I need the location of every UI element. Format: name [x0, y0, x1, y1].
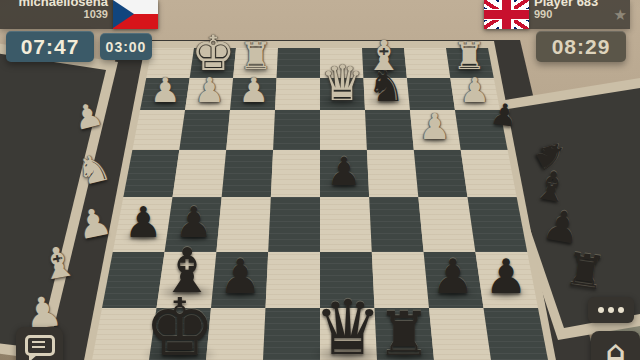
piece-white-P-f2[interactable]: ♟ — [238, 73, 268, 107]
dot-icon — [618, 307, 624, 313]
piece-white-P-b3[interactable]: ♟ — [419, 109, 451, 145]
piece-white-P-a2[interactable]: ♟ — [459, 73, 489, 107]
star-icon: ★ — [614, 6, 627, 24]
player-right-rating: 990 — [534, 8, 609, 20]
piece-black-P-a6[interactable]: ♟ — [485, 253, 528, 301]
clock-left-main: 07:47 — [6, 31, 94, 62]
dot-icon — [608, 307, 614, 313]
clock-right-main: 08:29 — [536, 31, 626, 62]
dot-icon — [598, 307, 604, 313]
piece-black-Q-d7[interactable]: ♛ — [314, 291, 382, 360]
player-panel-left: michaellosena 1039 — [0, 0, 158, 29]
piece-black-N-c2[interactable]: ♞ — [367, 66, 405, 108]
czech-flag-icon — [113, 0, 158, 29]
piece-black-K-g7[interactable]: ♚ — [144, 288, 215, 360]
game-scene: ♚♜♜♝♛♟♟♟♟♟♞♟♟♟♝♟♟♟♚♛♜ ♟♞♟♝♟♟♞♝♟♜ michael… — [0, 0, 640, 360]
piece-black-R-c7[interactable]: ♜ — [377, 304, 431, 360]
captured-white-B: ♝ — [36, 239, 80, 287]
piece-black-P-h5[interactable]: ♟ — [124, 202, 162, 245]
home-button[interactable]: ⌂ — [591, 331, 640, 360]
clock-left-secondary: 03:00 — [100, 33, 152, 60]
more-options-button[interactable] — [588, 297, 634, 323]
captured-black-P: ♟ — [489, 98, 520, 131]
chat-bubble-icon — [25, 335, 55, 356]
piece-white-P-h2[interactable]: ♟ — [150, 73, 180, 107]
piece-black-P-d4[interactable]: ♟ — [326, 152, 361, 191]
player-panel-right: Player 683 990 ★ — [484, 0, 630, 29]
home-icon: ⌂ — [606, 335, 625, 360]
piece-white-Q-d2[interactable]: ♛ — [320, 60, 364, 109]
piece-black-P-b6[interactable]: ♟ — [432, 253, 475, 301]
piece-black-P-f6[interactable]: ♟ — [219, 253, 262, 301]
captured-black-R: ♜ — [562, 246, 609, 297]
player-left-rating: 1039 — [5, 8, 108, 20]
piece-white-P-g2[interactable]: ♟ — [194, 73, 224, 107]
uk-flag-icon — [484, 0, 529, 29]
chat-button[interactable] — [16, 327, 63, 360]
